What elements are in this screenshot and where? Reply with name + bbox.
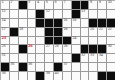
clue-number: 38 [2,72,6,76]
black-cell-r4c5 [45,37,53,45]
white-cell-r2c1[interactable] [10,19,18,27]
white-cell-r7c4[interactable] [36,63,44,71]
white-cell-r8c10[interactable] [89,72,97,80]
white-cell-r4c11[interactable] [98,37,106,45]
clue-number: 7 [63,1,65,5]
white-cell-r2c8[interactable]: 16 [72,19,80,27]
white-cell-r1c2[interactable] [19,10,27,18]
crossword-screenshot: 1234567891011121314151617181920212223242… [0,0,115,80]
white-cell-r4c1[interactable] [10,37,18,45]
black-cell-r7c2 [19,63,27,71]
black-cell-r2c10 [89,19,97,27]
clue-number: 30 [108,45,112,49]
white-cell-r4c8[interactable]: 24 [72,37,80,45]
white-cell-r3c10[interactable]: 20 [89,28,97,36]
white-cell-r0c5[interactable]: 5 [45,1,53,9]
white-cell-r6c0[interactable]: 31 [1,54,9,62]
white-cell-r5c1[interactable] [10,45,18,53]
white-cell-r0c11[interactable]: 9 [98,1,106,9]
clue-number: 27 [46,45,50,49]
white-cell-r8c7[interactable] [63,72,71,80]
white-cell-r1c12[interactable] [107,10,115,18]
white-cell-r3c11[interactable]: 21 [98,28,106,36]
clue-number: 22 [108,28,112,32]
white-cell-r8c0[interactable]: 38 [1,72,9,80]
white-cell-r4c9[interactable] [81,37,89,45]
white-cell-r0c6[interactable]: 6 [54,1,62,9]
clue-number: 14 [2,19,6,23]
clue-number: 3 [28,1,30,5]
white-cell-r2c9[interactable] [81,19,89,27]
black-cell-r3c1 [10,28,18,36]
white-cell-r8c6[interactable]: 40 [54,72,62,80]
white-cell-r0c0[interactable]: 1 [1,1,9,9]
white-cell-r1c0[interactable]: 11 [1,10,9,18]
black-cell-r2c12 [107,19,115,27]
black-cell-r2c4 [36,19,44,27]
clue-number: 20 [90,28,94,32]
white-cell-r6c6[interactable] [54,54,62,62]
black-cell-r5c2 [19,45,27,53]
black-cell-r8c11 [98,72,106,80]
white-cell-r7c7[interactable]: 37 [63,63,71,71]
white-cell-r4c12[interactable] [107,37,115,45]
white-cell-r0c4[interactable]: 4 [36,1,44,9]
white-cell-r3c12[interactable]: 22 [107,28,115,36]
clue-number: 9 [99,1,101,5]
clue-number: 35 [10,63,14,67]
clue-number: 4 [37,1,39,5]
white-cell-r3c9[interactable] [81,28,89,36]
white-cell-r6c11[interactable]: 34 [98,54,106,62]
clue-number: 26 [28,45,32,49]
white-cell-r1c10[interactable] [89,10,97,18]
black-cell-r2c5 [45,19,53,27]
clue-number: 23 [2,37,6,41]
black-cell-r7c0 [1,63,9,71]
white-cell-r4c3[interactable] [28,37,36,45]
white-cell-r1c7[interactable] [63,10,71,18]
white-cell-r6c5[interactable] [45,54,53,62]
clue-number: 11 [2,10,6,14]
white-cell-r8c1[interactable] [10,72,18,80]
black-cell-r2c6 [54,19,62,27]
white-cell-r7c5[interactable] [45,63,53,71]
black-cell-r6c8 [72,54,80,62]
white-cell-r8c3[interactable] [28,72,36,80]
white-cell-r0c12[interactable]: 10 [107,1,115,9]
white-cell-r7c11[interactable] [98,63,106,71]
white-cell-r3c0[interactable]: 17 [1,28,9,36]
clue-number: 16 [72,19,76,23]
white-cell-r8c8[interactable] [72,72,80,80]
clue-number: 33 [90,54,94,58]
white-cell-r0c3[interactable]: 3 [28,1,36,9]
clue-number: 24 [72,37,76,41]
white-cell-r4c2[interactable] [19,37,27,45]
black-cell-r2c11 [98,19,106,27]
black-cell-r3c5 [45,28,53,36]
clue-number: 37 [63,63,67,67]
white-cell-r4c4[interactable] [36,37,44,45]
clue-number: 5 [46,1,48,5]
clue-number: 19 [63,28,67,32]
clue-number: 28 [55,45,59,49]
white-cell-r4c10[interactable] [89,37,97,45]
black-cell-r4c7 [63,37,71,45]
clue-number: 21 [99,28,103,32]
white-cell-r6c4[interactable] [36,54,44,62]
white-cell-r5c8[interactable] [72,45,80,53]
white-cell-r7c12[interactable] [107,63,115,71]
black-cell-r8c4 [36,72,44,80]
white-cell-r6c12[interactable] [107,54,115,62]
white-cell-r5c6[interactable]: 28 [54,45,62,53]
black-cell-r3c6 [54,28,62,36]
white-cell-r3c7[interactable]: 19 [63,28,71,36]
clue-number: 29 [63,45,67,49]
clue-number: 6 [55,1,57,5]
clue-number: 10 [108,1,112,5]
black-cell-r4c6 [54,37,62,45]
white-cell-r6c10[interactable]: 33 [89,54,97,62]
white-cell-r7c9[interactable] [81,63,89,71]
clue-number: 32 [81,54,85,58]
white-cell-r7c10[interactable] [89,63,97,71]
black-cell-r7c6 [54,63,62,71]
white-cell-r6c1[interactable] [10,54,18,62]
clue-number: 31 [2,54,6,58]
black-cell-r0c8 [72,1,80,9]
clue-number: 34 [99,54,103,58]
white-cell-r3c2[interactable]: 18 [19,28,27,36]
black-cell-r0c2 [19,1,27,9]
clue-number: 2 [10,1,12,5]
white-cell-r5c3[interactable]: 26 [28,45,36,53]
white-cell-r0c7[interactable]: 7 [63,1,71,9]
clue-number: 15 [63,19,67,23]
white-cell-r5c0[interactable]: 25 [1,45,9,53]
white-cell-r5c12[interactable]: 30 [107,45,115,53]
black-cell-r5c10 [89,45,97,53]
white-cell-r2c7[interactable]: 15 [63,19,71,27]
white-cell-r2c2[interactable] [19,19,27,27]
white-cell-r6c2[interactable] [19,54,27,62]
clue-number: 8 [90,1,92,5]
black-cell-r1c8 [72,10,80,18]
clue-number: 39 [46,72,50,76]
white-cell-r1c1[interactable] [10,10,18,18]
white-cell-r8c9[interactable] [81,72,89,80]
black-cell-r1c4 [36,10,44,18]
white-cell-r1c5[interactable]: 12 [45,10,53,18]
white-cell-r3c8[interactable] [72,28,80,36]
white-cell-r7c8[interactable] [72,63,80,71]
clue-number: 36 [28,63,32,67]
clue-number: 40 [55,72,59,76]
clue-number: 13 [81,10,85,14]
white-cell-r0c1[interactable]: 2 [10,1,18,9]
white-cell-r1c11[interactable] [98,10,106,18]
white-cell-r8c2[interactable] [19,72,27,80]
black-cell-r5c11 [98,45,106,53]
white-cell-r1c6[interactable] [54,10,62,18]
crossword-grid: 1234567891011121314151617181920212223242… [0,0,115,80]
white-cell-r6c7[interactable] [63,54,71,62]
black-cell-r5c9 [81,45,89,53]
white-cell-r3c4[interactable] [36,28,44,36]
white-cell-r5c7[interactable]: 29 [63,45,71,53]
white-cell-r1c3[interactable] [28,10,36,18]
black-cell-r0c9 [81,1,89,9]
white-cell-r4c0[interactable]: 23 [1,37,9,45]
white-cell-r0c10[interactable]: 8 [89,1,97,9]
white-cell-r2c0[interactable]: 14 [1,19,9,27]
clue-number: 17 [2,28,6,32]
white-cell-r7c3[interactable]: 36 [28,63,36,71]
white-cell-r8c5[interactable]: 39 [45,72,53,80]
clue-number: 1 [2,1,4,5]
white-cell-r3c3[interactable] [28,28,36,36]
white-cell-r2c3[interactable] [28,19,36,27]
clue-number: 18 [19,28,23,32]
white-cell-r7c1[interactable]: 35 [10,63,18,71]
clue-number: 12 [46,10,50,14]
white-cell-r1c9[interactable]: 13 [81,10,89,18]
white-cell-r5c5[interactable]: 27 [45,45,53,53]
black-cell-r8c12 [107,72,115,80]
white-cell-r5c4[interactable] [36,45,44,53]
white-cell-r6c3[interactable] [28,54,36,62]
clue-number: 25 [2,45,6,49]
white-cell-r6c9[interactable]: 32 [81,54,89,62]
